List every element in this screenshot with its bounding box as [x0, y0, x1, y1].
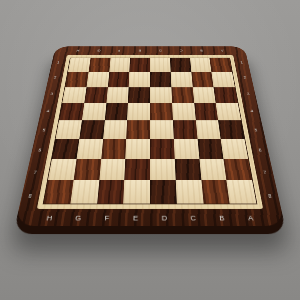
square-f4[interactable] — [104, 103, 128, 120]
square-a6[interactable] — [221, 139, 248, 159]
file-labels-bottom: HGFEDCBA — [34, 212, 266, 225]
rank-label-3-right: 3 — [242, 85, 255, 102]
square-e3[interactable] — [128, 87, 150, 103]
square-b4[interactable] — [194, 103, 218, 120]
file-label-b-bottom: B — [207, 212, 237, 225]
square-e7[interactable] — [124, 159, 150, 181]
rank-label-8-right: 8 — [261, 184, 278, 209]
rank-label-6-right: 6 — [253, 140, 269, 161]
rank-label-2-left: 2 — [49, 70, 62, 86]
square-f1[interactable] — [109, 58, 130, 72]
file-label-d-bottom: D — [150, 212, 179, 225]
square-b2[interactable] — [191, 72, 214, 87]
rank-label-3-left: 3 — [45, 85, 58, 102]
square-g4[interactable] — [82, 103, 106, 120]
rank-label-5-right: 5 — [249, 120, 264, 140]
rank-label-7-right: 7 — [257, 161, 273, 184]
photo-background: HGFEDCBA HGFEDCBA 12345678 12345678 — [0, 0, 300, 300]
square-e8[interactable] — [123, 180, 150, 203]
rank-label-4-left: 4 — [41, 102, 55, 120]
square-a7[interactable] — [224, 159, 253, 181]
square-c7[interactable] — [175, 159, 202, 181]
square-g6[interactable] — [76, 139, 102, 159]
square-c2[interactable] — [171, 72, 193, 87]
rank-label-6-left: 6 — [32, 140, 48, 161]
square-a2[interactable] — [212, 72, 235, 87]
square-e2[interactable] — [129, 72, 150, 87]
square-b1[interactable] — [190, 58, 212, 72]
file-label-c-bottom: C — [178, 212, 208, 225]
square-b5[interactable] — [196, 120, 221, 138]
square-f6[interactable] — [101, 139, 126, 159]
square-e1[interactable] — [129, 58, 150, 72]
square-b8[interactable] — [201, 180, 230, 203]
file-labels-top: HGFEDCBA — [67, 48, 233, 54]
square-a8[interactable] — [227, 180, 257, 203]
square-d2[interactable] — [150, 72, 171, 87]
square-g2[interactable] — [86, 72, 109, 87]
rank-label-4-right: 4 — [245, 102, 259, 120]
file-label-f-bottom: F — [92, 212, 122, 225]
file-label-e-top: E — [129, 48, 150, 54]
rank-label-5-left: 5 — [37, 120, 52, 140]
file-label-a-top: A — [211, 48, 233, 54]
square-h1[interactable] — [68, 58, 90, 72]
file-label-c-top: C — [170, 48, 191, 54]
square-g5[interactable] — [79, 120, 104, 138]
file-label-b-top: B — [191, 48, 212, 54]
square-a3[interactable] — [214, 87, 238, 103]
file-label-g-top: G — [88, 48, 109, 54]
rank-label-1-left: 1 — [52, 55, 64, 70]
square-h8[interactable] — [44, 180, 74, 203]
square-f5[interactable] — [103, 120, 127, 138]
square-f2[interactable] — [108, 72, 130, 87]
square-c6[interactable] — [174, 139, 199, 159]
board-inner-field — [37, 55, 263, 209]
square-a4[interactable] — [216, 103, 241, 120]
file-label-g-bottom: G — [63, 212, 93, 225]
file-label-h-bottom: H — [34, 212, 65, 225]
square-d8[interactable] — [150, 180, 177, 203]
square-h6[interactable] — [52, 139, 79, 159]
square-g8[interactable] — [70, 180, 99, 203]
file-label-a-bottom: A — [235, 212, 266, 225]
square-c8[interactable] — [176, 180, 204, 203]
square-f7[interactable] — [99, 159, 126, 181]
square-h2[interactable] — [65, 72, 88, 87]
square-g3[interactable] — [84, 87, 107, 103]
square-b7[interactable] — [199, 159, 227, 181]
square-d5[interactable] — [150, 120, 174, 138]
square-c4[interactable] — [172, 103, 196, 120]
square-c5[interactable] — [173, 120, 197, 138]
square-g7[interactable] — [73, 159, 101, 181]
square-c3[interactable] — [171, 87, 194, 103]
file-label-d-top: D — [150, 48, 171, 54]
square-b6[interactable] — [197, 139, 223, 159]
square-d1[interactable] — [150, 58, 171, 72]
square-h3[interactable] — [62, 87, 86, 103]
file-label-e-bottom: E — [121, 212, 150, 225]
square-c1[interactable] — [170, 58, 191, 72]
rank-label-2-right: 2 — [239, 70, 252, 86]
square-e4[interactable] — [127, 103, 150, 120]
rank-label-1-right: 1 — [236, 55, 248, 70]
square-h7[interactable] — [48, 159, 77, 181]
rank-label-8-left: 8 — [21, 184, 38, 209]
rank-label-7-left: 7 — [27, 161, 43, 184]
square-f8[interactable] — [97, 180, 125, 203]
square-g1[interactable] — [88, 58, 110, 72]
square-d6[interactable] — [150, 139, 175, 159]
square-e5[interactable] — [126, 120, 150, 138]
square-h4[interactable] — [59, 103, 84, 120]
file-label-f-top: F — [109, 48, 130, 54]
file-label-h-top: H — [67, 48, 89, 54]
square-a5[interactable] — [218, 120, 244, 138]
square-e6[interactable] — [125, 139, 150, 159]
square-h5[interactable] — [56, 120, 82, 138]
square-d7[interactable] — [150, 159, 176, 181]
square-b3[interactable] — [192, 87, 215, 103]
square-f3[interactable] — [106, 87, 129, 103]
square-d3[interactable] — [150, 87, 172, 103]
squares-grid — [44, 58, 257, 204]
square-a1[interactable] — [210, 58, 232, 72]
square-d4[interactable] — [150, 103, 173, 120]
chess-board: HGFEDCBA HGFEDCBA 12345678 12345678 — [15, 46, 285, 226]
